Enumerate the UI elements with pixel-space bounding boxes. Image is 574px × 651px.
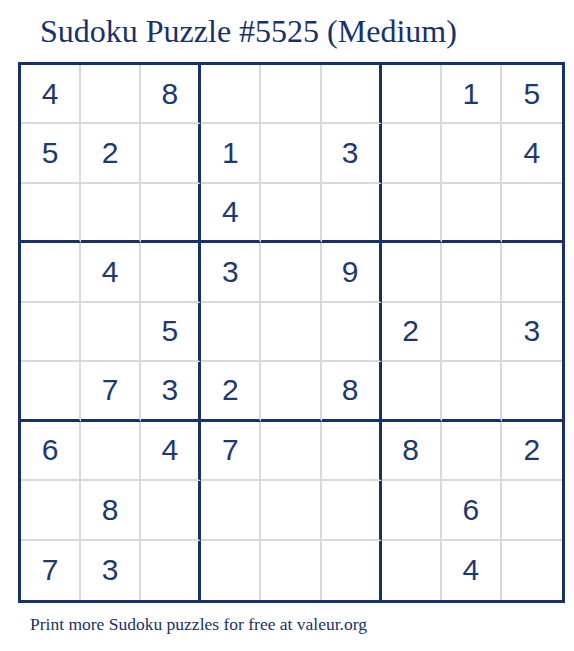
cell-r4c3 xyxy=(141,243,201,302)
cell-r7c3: 4 xyxy=(141,422,201,481)
cell-r6c6: 8 xyxy=(322,362,382,421)
cell-r3c6 xyxy=(322,184,382,243)
cell-r8c5 xyxy=(261,481,321,540)
cell-r5c5 xyxy=(261,303,321,362)
cell-r1c7 xyxy=(382,65,442,124)
cell-r6c8 xyxy=(442,362,502,421)
cell-r2c5 xyxy=(261,124,321,183)
cell-r6c1 xyxy=(21,362,81,421)
cell-r9c2: 3 xyxy=(81,541,141,600)
cell-r3c1 xyxy=(21,184,81,243)
cell-r3c7 xyxy=(382,184,442,243)
cell-r2c1: 5 xyxy=(21,124,81,183)
cell-r6c7 xyxy=(382,362,442,421)
cell-r2c7 xyxy=(382,124,442,183)
cell-r6c5 xyxy=(261,362,321,421)
cell-r1c4 xyxy=(201,65,261,124)
cell-r7c6 xyxy=(322,422,382,481)
cell-r8c7 xyxy=(382,481,442,540)
cell-r8c3 xyxy=(141,481,201,540)
cell-r7c2 xyxy=(81,422,141,481)
page-title: Sudoku Puzzle #5525 (Medium) xyxy=(40,13,457,50)
cell-r9c6 xyxy=(322,541,382,600)
cell-r7c1: 6 xyxy=(21,422,81,481)
cell-r4c7 xyxy=(382,243,442,302)
cell-r3c5 xyxy=(261,184,321,243)
cell-r5c7: 2 xyxy=(382,303,442,362)
cell-r6c3: 3 xyxy=(141,362,201,421)
cell-r4c6: 9 xyxy=(322,243,382,302)
cell-r8c1 xyxy=(21,481,81,540)
cell-r1c8: 1 xyxy=(442,65,502,124)
cell-r7c9: 2 xyxy=(502,422,562,481)
cell-r3c2 xyxy=(81,184,141,243)
cell-r3c3 xyxy=(141,184,201,243)
cell-r8c2: 8 xyxy=(81,481,141,540)
cell-r5c9: 3 xyxy=(502,303,562,362)
cell-r1c9: 5 xyxy=(502,65,562,124)
cell-r5c3: 5 xyxy=(141,303,201,362)
cell-r6c9 xyxy=(502,362,562,421)
cell-r2c4: 1 xyxy=(201,124,261,183)
cell-r5c2 xyxy=(81,303,141,362)
cell-r2c8 xyxy=(442,124,502,183)
cell-r8c6 xyxy=(322,481,382,540)
cell-r9c5 xyxy=(261,541,321,600)
cell-r6c2: 7 xyxy=(81,362,141,421)
cell-r9c3 xyxy=(141,541,201,600)
cell-r3c9 xyxy=(502,184,562,243)
cell-r7c4: 7 xyxy=(201,422,261,481)
cell-r6c4: 2 xyxy=(201,362,261,421)
cell-r8c9 xyxy=(502,481,562,540)
cell-r2c9: 4 xyxy=(502,124,562,183)
footer-text: Print more Sudoku puzzles for free at va… xyxy=(30,614,367,635)
cell-r9c1: 7 xyxy=(21,541,81,600)
cell-r5c1 xyxy=(21,303,81,362)
cell-r3c4: 4 xyxy=(201,184,261,243)
cell-r9c8: 4 xyxy=(442,541,502,600)
cell-r9c4 xyxy=(201,541,261,600)
sudoku-page: Sudoku Puzzle #5525 (Medium) 48155213444… xyxy=(0,0,574,651)
cell-r9c9 xyxy=(502,541,562,600)
cell-r1c6 xyxy=(322,65,382,124)
cell-r2c2: 2 xyxy=(81,124,141,183)
cell-r3c8 xyxy=(442,184,502,243)
cell-r2c3 xyxy=(141,124,201,183)
cell-r8c8: 6 xyxy=(442,481,502,540)
cell-r5c4 xyxy=(201,303,261,362)
cell-r1c3: 8 xyxy=(141,65,201,124)
cell-r5c8 xyxy=(442,303,502,362)
cell-r7c7: 8 xyxy=(382,422,442,481)
cell-r1c5 xyxy=(261,65,321,124)
cell-r7c8 xyxy=(442,422,502,481)
cell-r4c8 xyxy=(442,243,502,302)
cell-r4c9 xyxy=(502,243,562,302)
sudoku-board: 481552134443952373286478286734 xyxy=(18,62,565,603)
cell-r4c4: 3 xyxy=(201,243,261,302)
cell-r4c1 xyxy=(21,243,81,302)
cell-r9c7 xyxy=(382,541,442,600)
cell-r1c2 xyxy=(81,65,141,124)
cell-r4c5 xyxy=(261,243,321,302)
cell-r4c2: 4 xyxy=(81,243,141,302)
cell-r5c6 xyxy=(322,303,382,362)
cell-r2c6: 3 xyxy=(322,124,382,183)
cell-r7c5 xyxy=(261,422,321,481)
cell-r8c4 xyxy=(201,481,261,540)
cell-r1c1: 4 xyxy=(21,65,81,124)
